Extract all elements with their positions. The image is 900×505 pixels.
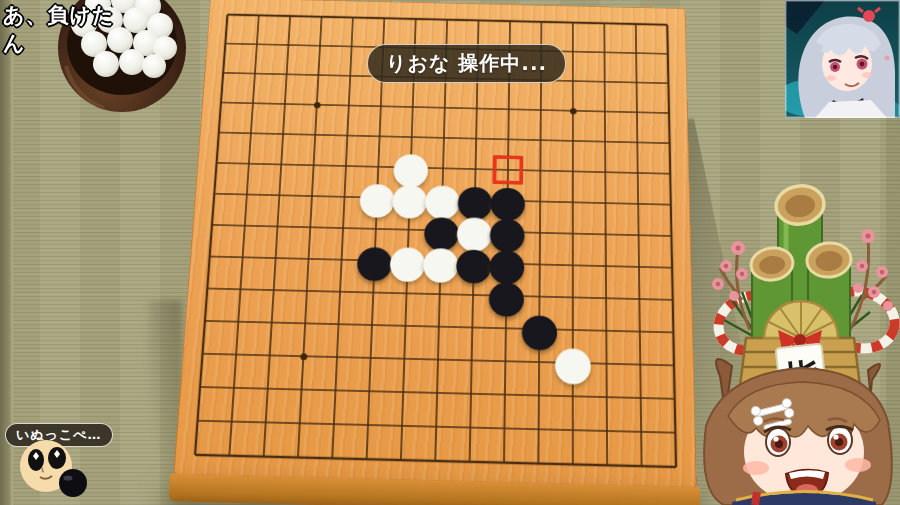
chat-line-2: ん <box>3 29 114 57</box>
game-screen: ●●●●●●●●●●●●●●●●● あ、負けた ん りおな 操作中... <box>0 0 900 505</box>
black-stone: ● <box>457 246 491 279</box>
turn-indicator-label: りおな 操作中... <box>386 51 547 75</box>
star-point <box>300 353 307 360</box>
black-stone: ● <box>522 311 556 345</box>
korone-head <box>704 359 892 505</box>
viewer-avatar-frame <box>785 0 900 118</box>
black-stone: ● <box>489 278 523 311</box>
chat-line-1: あ、負けた <box>3 1 114 29</box>
earring <box>885 56 890 61</box>
chat-overlay-top: あ、負けた ん <box>3 1 114 57</box>
white-stone: ● <box>424 245 458 278</box>
turn-indicator-pill: りおな 操作中... <box>367 44 566 83</box>
placement-cursor[interactable] <box>492 155 523 185</box>
red-hair-ornament <box>863 10 875 22</box>
blush-left <box>743 461 769 475</box>
white-stone: ● <box>556 345 590 379</box>
mii-avatar <box>16 438 90 498</box>
star-point <box>570 108 577 114</box>
star-point <box>313 102 320 108</box>
player-avatar: 指 <box>690 180 900 505</box>
black-stone-icon <box>59 469 87 497</box>
blush-right <box>845 458 871 472</box>
